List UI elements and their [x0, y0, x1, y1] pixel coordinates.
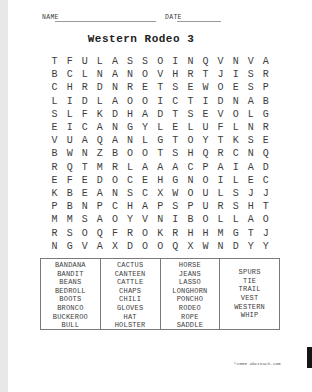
grid-cell: O — [183, 134, 198, 147]
puzzle-title: Western Rodeo 3 — [8, 33, 274, 45]
grid-cell: P — [183, 200, 198, 213]
grid-cell: T — [47, 55, 62, 68]
grid-cell: U — [77, 55, 92, 68]
grid-cell: O — [258, 213, 273, 226]
grid-cell: O — [183, 187, 198, 200]
grid-cell: S — [168, 81, 183, 94]
grid-cell: O — [122, 95, 137, 108]
grid-cell: A — [138, 200, 153, 213]
grid-cell: C — [107, 200, 122, 213]
grid-cell: S — [77, 213, 92, 226]
word-item: WESTERN — [234, 303, 265, 312]
grid-cell: V — [77, 240, 92, 253]
grid-cell: O — [213, 81, 228, 94]
worksheet-page: NAME DATE Western Rodeo 3 TFULASSOINQVNV… — [8, 0, 312, 392]
grid-cell: X — [107, 240, 122, 253]
grid-cell: U — [198, 187, 213, 200]
grid-cell: D — [228, 240, 243, 253]
grid-cell: S — [243, 134, 258, 147]
grid-cell: W — [168, 187, 183, 200]
grid-cell: H — [122, 108, 137, 121]
grid-cell: J — [258, 187, 273, 200]
grid-cell: N — [228, 95, 243, 108]
grid-cell: I — [228, 161, 243, 174]
word-item: JEANS — [179, 270, 201, 279]
word-item: BEANS — [59, 278, 81, 287]
grid-cell: M — [62, 213, 77, 226]
grid-cell: B — [258, 95, 273, 108]
grid-cell: S — [168, 147, 183, 160]
grid-cell: A — [107, 95, 122, 108]
word-item: BRONCO — [57, 304, 83, 313]
grid-cell: Q — [62, 161, 77, 174]
letter-grid: TFULASSOINQVNVABCLNANOVHRTJISRCHRDNRETSE… — [47, 55, 273, 253]
grid-cell: X — [183, 240, 198, 253]
grid-cell: Q — [198, 147, 213, 160]
name-blank-line — [55, 21, 156, 22]
grid-cell: R — [213, 147, 228, 160]
grid-cell: F — [62, 174, 77, 187]
grid-cell: Q — [92, 134, 107, 147]
word-item: TRAIL — [239, 285, 261, 294]
grid-cell: A — [168, 161, 183, 174]
grid-cell: M — [92, 161, 107, 174]
grid-cell: A — [138, 108, 153, 121]
grid-cell: L — [213, 213, 228, 226]
grid-cell: T — [77, 161, 92, 174]
grid-cell: Y — [243, 240, 258, 253]
word-item: CANTEEN — [115, 270, 146, 279]
grid-cell: I — [62, 121, 77, 134]
grid-cell: H — [183, 226, 198, 239]
grid-cell: S — [243, 68, 258, 81]
grid-cell: I — [153, 95, 168, 108]
word-item: GLOVES — [117, 304, 143, 313]
grid-cell: P — [92, 200, 107, 213]
grid-cell: A — [92, 213, 107, 226]
grid-cell: C — [183, 161, 198, 174]
grid-cell: G — [122, 121, 137, 134]
grid-cell: N — [107, 121, 122, 134]
grid-cell: P — [47, 200, 62, 213]
grid-cell: B — [47, 68, 62, 81]
grid-cell: O — [138, 240, 153, 253]
grid-cell: T — [258, 200, 273, 213]
grid-cell: T — [153, 81, 168, 94]
grid-cell: H — [183, 147, 198, 160]
grid-cell: F — [107, 226, 122, 239]
word-item: HORSE — [179, 261, 201, 270]
grid-cell: N — [243, 121, 258, 134]
grid-cell: W — [198, 81, 213, 94]
grid-cell: L — [92, 55, 107, 68]
grid-cell: C — [138, 187, 153, 200]
grid-cell: D — [92, 81, 107, 94]
grid-cell: N — [183, 55, 198, 68]
word-list-column: SPURSTIETRAILVESTWESTERNWHIP — [220, 259, 279, 329]
grid-cell: H — [168, 68, 183, 81]
grid-cell: A — [92, 121, 107, 134]
grid-cell: H — [243, 200, 258, 213]
grid-cell: L — [138, 134, 153, 147]
grid-cell: A — [92, 187, 107, 200]
grid-cell: N — [92, 68, 107, 81]
grid-cell: A — [243, 161, 258, 174]
grid-cell: N — [122, 68, 137, 81]
grid-cell: Q — [198, 55, 213, 68]
grid-cell: V — [153, 68, 168, 81]
word-item: TIE — [243, 277, 256, 286]
grid-cell: B — [107, 147, 122, 160]
word-item: BANDIT — [57, 270, 83, 279]
grid-cell: A — [107, 134, 122, 147]
grid-cell: G — [62, 240, 77, 253]
grid-cell: A — [138, 161, 153, 174]
grid-cell: S — [228, 200, 243, 213]
grid-cell: F — [77, 108, 92, 121]
grid-cell: U — [62, 134, 77, 147]
grid-cell: N — [122, 134, 137, 147]
grid-cell: H — [122, 200, 137, 213]
grid-cell: E — [138, 81, 153, 94]
grid-cell: D — [107, 108, 122, 121]
word-list-column: BANDANABANDITBEANSBEDROLLBOOTSBRONCOBUCK… — [41, 259, 101, 329]
grid-cell: D — [153, 108, 168, 121]
grid-cell: H — [153, 174, 168, 187]
scan-artifact — [307, 347, 312, 368]
grid-cell: Y — [122, 213, 137, 226]
grid-cell: R — [258, 68, 273, 81]
grid-cell: L — [243, 108, 258, 121]
grid-cell: P — [153, 200, 168, 213]
word-list-column: CACTUSCANTEENCATTLECHAPSCHILIGLOVESHATHO… — [101, 259, 161, 329]
grid-cell: M — [47, 213, 62, 226]
grid-cell: V — [213, 108, 228, 121]
grid-cell: T — [168, 134, 183, 147]
grid-cell: F — [213, 121, 228, 134]
grid-cell: J — [213, 68, 228, 81]
grid-cell: K — [153, 226, 168, 239]
grid-cell: L — [228, 174, 243, 187]
grid-cell: Z — [92, 147, 107, 160]
word-item: RODEO — [179, 304, 201, 313]
word-item: SPURS — [239, 268, 261, 277]
grid-cell: R — [258, 121, 273, 134]
grid-cell: K — [47, 187, 62, 200]
grid-cell: O — [138, 68, 153, 81]
grid-cell: A — [107, 68, 122, 81]
grid-cell: E — [77, 187, 92, 200]
grid-cell: A — [258, 55, 273, 68]
grid-cell: Y — [258, 240, 273, 253]
grid-cell: I — [198, 95, 213, 108]
grid-cell: J — [258, 226, 273, 239]
grid-cell: E — [198, 108, 213, 121]
grid-cell: A — [243, 95, 258, 108]
grid-cell: T — [198, 68, 213, 81]
grid-cell: F — [62, 55, 77, 68]
grid-cell: N — [77, 200, 92, 213]
grid-cell: O — [198, 213, 213, 226]
grid-cell: T — [183, 95, 198, 108]
grid-cell: R — [122, 226, 137, 239]
grid-cell: L — [153, 121, 168, 134]
grid-cell: A — [213, 161, 228, 174]
word-item: BOOTS — [59, 295, 81, 304]
word-item: LASSO — [179, 278, 201, 287]
grid-cell: Y — [198, 134, 213, 147]
grid-cell: R — [168, 226, 183, 239]
grid-cell: T — [213, 134, 228, 147]
grid-cell: C — [62, 68, 77, 81]
grid-cell: R — [107, 161, 122, 174]
grid-cell: L — [228, 121, 243, 134]
grid-cell: C — [77, 121, 92, 134]
grid-cell: N — [107, 81, 122, 94]
grid-cell: G — [258, 108, 273, 121]
grid-cell: G — [153, 134, 168, 147]
grid-cell: I — [62, 95, 77, 108]
grid-cell: E — [243, 174, 258, 187]
grid-cell: O — [138, 147, 153, 160]
grid-cell: B — [62, 187, 77, 200]
date-blank-line — [177, 21, 221, 22]
word-list-column: HORSEJEANSLASSOLONGHORNPONCHORODEOROPESA… — [161, 259, 221, 329]
grid-cell: L — [62, 108, 77, 121]
grid-cell: S — [122, 55, 137, 68]
grid-cell: R — [183, 68, 198, 81]
grid-cell: L — [47, 95, 62, 108]
grid-cell: S — [138, 55, 153, 68]
grid-cell: L — [122, 161, 137, 174]
grid-cell: S — [168, 200, 183, 213]
grid-cell: B — [62, 200, 77, 213]
grid-cell: K — [92, 108, 107, 121]
grid-cell: N — [107, 187, 122, 200]
grid-cell: O — [228, 108, 243, 121]
grid-cell: L — [183, 121, 198, 134]
word-item: CATTLE — [117, 278, 143, 287]
grid-cell: L — [92, 95, 107, 108]
grid-cell: S — [228, 187, 243, 200]
grid-cell: W — [62, 147, 77, 160]
grid-cell: A — [77, 134, 92, 147]
grid-cell: O — [77, 226, 92, 239]
grid-cell: O — [198, 174, 213, 187]
grid-cell: G — [228, 226, 243, 239]
grid-cell: K — [228, 134, 243, 147]
grid-cell: I — [168, 55, 183, 68]
grid-cell: Q — [258, 147, 273, 160]
word-item: ROPE — [181, 313, 199, 322]
grid-cell: B — [183, 213, 198, 226]
grid-cell: G — [168, 174, 183, 187]
grid-cell: E — [47, 174, 62, 187]
grid-cell: Q — [92, 226, 107, 239]
grid-cell: L — [77, 68, 92, 81]
grid-cell: R — [122, 81, 137, 94]
grid-cell: T — [243, 226, 258, 239]
grid-cell: J — [243, 187, 258, 200]
grid-cell: R — [77, 81, 92, 94]
grid-cell: D — [122, 240, 137, 253]
grid-cell: L — [213, 187, 228, 200]
word-item: WHIP — [241, 311, 259, 320]
grid-cell: P — [198, 161, 213, 174]
grid-cell: R — [47, 226, 62, 239]
grid-cell: C — [168, 95, 183, 108]
grid-cell: O — [138, 95, 153, 108]
word-item: CACTUS — [117, 261, 143, 270]
grid-cell: A — [243, 213, 258, 226]
grid-cell: S — [122, 187, 137, 200]
grid-cell: O — [138, 226, 153, 239]
grid-cell: H — [198, 226, 213, 239]
grid-cell: X — [153, 187, 168, 200]
grid-cell: S — [243, 81, 258, 94]
grid-cell: I — [168, 213, 183, 226]
grid-cell: Y — [138, 121, 153, 134]
grid-cell: N — [213, 240, 228, 253]
grid-cell: E — [47, 121, 62, 134]
word-item: BEDROLL — [55, 287, 86, 296]
grid-cell: M — [213, 226, 228, 239]
grid-cell: O — [153, 240, 168, 253]
word-item: SADDLE — [177, 321, 203, 330]
grid-cell: C — [47, 81, 62, 94]
grid-cell: C — [122, 174, 137, 187]
grid-cell: B — [47, 147, 62, 160]
word-item: VEST — [241, 294, 259, 303]
grid-cell: E — [183, 81, 198, 94]
grid-cell: I — [213, 174, 228, 187]
grid-cell: N — [153, 213, 168, 226]
grid-cell: A — [107, 55, 122, 68]
grid-cell: P — [258, 81, 273, 94]
word-item: CHAPS — [119, 287, 141, 296]
grid-cell: O — [122, 147, 137, 160]
grid-cell: W — [198, 240, 213, 253]
grid-cell: E — [77, 174, 92, 187]
grid-cell: A — [92, 240, 107, 253]
word-item: BUCKEROO — [53, 313, 88, 322]
grid-cell: V — [47, 134, 62, 147]
grid-cell: D — [213, 95, 228, 108]
grid-cell: O — [107, 174, 122, 187]
grid-cell: V — [243, 55, 258, 68]
grid-cell: V — [138, 213, 153, 226]
word-list-table: BANDANABANDITBEANSBEDROLLBOOTSBRONCOBUCK… — [40, 258, 280, 330]
name-label: NAME — [42, 14, 59, 21]
word-item: LONGHORN — [172, 287, 207, 296]
grid-cell: D — [258, 161, 273, 174]
grid-cell: N — [228, 55, 243, 68]
grid-cell: S — [62, 226, 77, 239]
grid-cell: H — [62, 81, 77, 94]
grid-cell: E — [258, 134, 273, 147]
grid-cell: S — [47, 108, 62, 121]
grid-cell: O — [107, 213, 122, 226]
grid-cell: Q — [168, 240, 183, 253]
word-item: HOLSTER — [115, 321, 146, 330]
word-item: CHILI — [119, 295, 141, 304]
grid-cell: T — [153, 147, 168, 160]
grid-cell: E — [168, 121, 183, 134]
grid-cell: I — [228, 68, 243, 81]
word-item: HAT — [124, 313, 137, 322]
grid-cell: V — [213, 55, 228, 68]
grid-cell: R — [47, 161, 62, 174]
grid-cell: D — [92, 174, 107, 187]
word-item: PONCHO — [177, 295, 203, 304]
grid-cell: C — [258, 174, 273, 187]
word-item: BULL — [62, 321, 80, 330]
grid-cell: L — [228, 213, 243, 226]
grid-cell: D — [77, 95, 92, 108]
grid-cell: E — [228, 81, 243, 94]
grid-cell: C — [228, 147, 243, 160]
grid-cell: N — [243, 147, 258, 160]
grid-cell: S — [183, 108, 198, 121]
date-label: DATE — [165, 14, 182, 21]
grid-cell: E — [138, 174, 153, 187]
word-item: BANDANA — [55, 261, 86, 270]
grid-cell: N — [77, 147, 92, 160]
copyright-text: ©2003 abcteach.com — [234, 361, 281, 366]
grid-cell: O — [153, 55, 168, 68]
grid-cell: N — [183, 174, 198, 187]
grid-cell: U — [198, 200, 213, 213]
grid-cell: A — [153, 161, 168, 174]
grid-cell: N — [47, 240, 62, 253]
grid-cell: U — [198, 121, 213, 134]
grid-cell: T — [168, 108, 183, 121]
grid-cell: R — [213, 200, 228, 213]
